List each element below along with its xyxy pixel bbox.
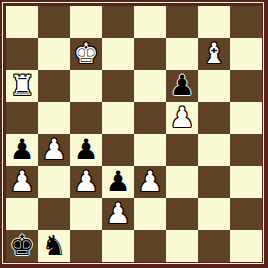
square-f8[interactable] (166, 6, 198, 38)
square-c6[interactable] (70, 70, 102, 102)
black-knight-b1: ♞ (41, 230, 66, 262)
square-d7[interactable] (102, 38, 134, 70)
square-f3[interactable] (166, 166, 198, 198)
square-a4[interactable]: ♟ (6, 134, 38, 166)
square-f4[interactable] (166, 134, 198, 166)
square-f1[interactable] (166, 230, 198, 262)
square-h5[interactable] (230, 102, 262, 134)
square-b1[interactable]: ♞ (38, 230, 70, 262)
square-g5[interactable] (198, 102, 230, 134)
white-pawn-b4: ♟ (41, 134, 66, 166)
white-rook-a6: ♜ (9, 70, 34, 102)
square-h8[interactable] (230, 6, 262, 38)
black-pawn-d3: ♟ (105, 166, 130, 198)
white-pawn-d2: ♟ (105, 198, 130, 230)
chess-diagram-frame: ♚♝♜♟♟♟♟♟♟♟♟♟♟♚♞ (0, 0, 268, 268)
black-pawn-c4: ♟ (73, 134, 98, 166)
square-f6[interactable]: ♟ (166, 70, 198, 102)
square-d1[interactable] (102, 230, 134, 262)
square-d3[interactable]: ♟ (102, 166, 134, 198)
square-h4[interactable] (230, 134, 262, 166)
square-a7[interactable] (6, 38, 38, 70)
square-h2[interactable] (230, 198, 262, 230)
square-e6[interactable] (134, 70, 166, 102)
square-e8[interactable] (134, 6, 166, 38)
square-d5[interactable] (102, 102, 134, 134)
white-pawn-e3: ♟ (137, 166, 162, 198)
square-a8[interactable] (6, 6, 38, 38)
square-a1[interactable]: ♚ (6, 230, 38, 262)
square-f2[interactable] (166, 198, 198, 230)
square-a5[interactable] (6, 102, 38, 134)
square-e7[interactable] (134, 38, 166, 70)
square-b3[interactable] (38, 166, 70, 198)
square-g3[interactable] (198, 166, 230, 198)
square-g1[interactable] (198, 230, 230, 262)
square-g8[interactable] (198, 6, 230, 38)
square-a6[interactable]: ♜ (6, 70, 38, 102)
white-pawn-f5: ♟ (169, 102, 194, 134)
square-b7[interactable] (38, 38, 70, 70)
square-f7[interactable] (166, 38, 198, 70)
square-c5[interactable] (70, 102, 102, 134)
square-e4[interactable] (134, 134, 166, 166)
square-e3[interactable]: ♟ (134, 166, 166, 198)
square-c2[interactable] (70, 198, 102, 230)
black-king-a1: ♚ (9, 230, 34, 262)
square-g7[interactable]: ♝ (198, 38, 230, 70)
white-pawn-c3: ♟ (73, 166, 98, 198)
chess-board: ♚♝♜♟♟♟♟♟♟♟♟♟♟♚♞ (6, 6, 262, 262)
square-d2[interactable]: ♟ (102, 198, 134, 230)
square-d8[interactable] (102, 6, 134, 38)
square-a3[interactable]: ♟ (6, 166, 38, 198)
square-g2[interactable] (198, 198, 230, 230)
square-h3[interactable] (230, 166, 262, 198)
square-b6[interactable] (38, 70, 70, 102)
square-f5[interactable]: ♟ (166, 102, 198, 134)
square-c1[interactable] (70, 230, 102, 262)
square-c3[interactable]: ♟ (70, 166, 102, 198)
black-pawn-a4: ♟ (9, 134, 34, 166)
square-h7[interactable] (230, 38, 262, 70)
square-c7[interactable]: ♚ (70, 38, 102, 70)
square-g6[interactable] (198, 70, 230, 102)
square-b2[interactable] (38, 198, 70, 230)
square-h1[interactable] (230, 230, 262, 262)
square-h6[interactable] (230, 70, 262, 102)
square-c8[interactable] (70, 6, 102, 38)
square-b5[interactable] (38, 102, 70, 134)
square-g4[interactable] (198, 134, 230, 166)
white-bishop-g7: ♝ (201, 38, 226, 70)
square-e5[interactable] (134, 102, 166, 134)
square-b4[interactable]: ♟ (38, 134, 70, 166)
black-pawn-f6: ♟ (169, 70, 194, 102)
square-e2[interactable] (134, 198, 166, 230)
white-pawn-a3: ♟ (9, 166, 34, 198)
square-d6[interactable] (102, 70, 134, 102)
square-d4[interactable] (102, 134, 134, 166)
square-a2[interactable] (6, 198, 38, 230)
square-e1[interactable] (134, 230, 166, 262)
white-king-c7: ♚ (73, 38, 98, 70)
square-b8[interactable] (38, 6, 70, 38)
square-c4[interactable]: ♟ (70, 134, 102, 166)
